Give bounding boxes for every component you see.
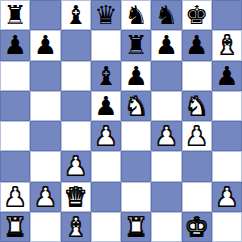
square-b7[interactable]: ♟ [30,30,60,60]
square-d1[interactable] [91,212,121,242]
piece-black-bishop[interactable]: ♝ [64,0,87,30]
square-b6[interactable] [30,61,60,91]
square-a3[interactable] [0,151,30,181]
square-c8[interactable]: ♝ [61,0,91,30]
piece-black-pawn[interactable]: ♟ [124,61,147,91]
piece-white-pawn[interactable]: ♟ [34,182,57,212]
square-c5[interactable] [61,91,91,121]
square-c2[interactable]: ♛ [61,182,91,212]
square-e6[interactable]: ♟ [121,61,151,91]
square-h3[interactable] [212,151,242,181]
piece-white-pawn[interactable]: ♟ [155,121,178,151]
piece-white-knight[interactable]: ♞ [124,91,147,121]
square-h8[interactable] [212,0,242,30]
piece-black-pawn[interactable]: ♟ [94,91,117,121]
square-b2[interactable]: ♟ [30,182,60,212]
square-d2[interactable] [91,182,121,212]
square-g1[interactable]: ♚ [182,212,212,242]
chess-board: ♜♝♛♞♞♚♟♟♜♟♟♝♝♟♟♟♞♞♟♟♟♟♟♟♛♟♜♝♜♚ [0,0,242,242]
square-b1[interactable] [30,212,60,242]
square-d7[interactable] [91,30,121,60]
square-h4[interactable] [212,121,242,151]
piece-black-bishop[interactable]: ♝ [94,61,117,91]
square-g8[interactable]: ♚ [182,0,212,30]
square-f5[interactable] [151,91,181,121]
square-c4[interactable] [61,121,91,151]
square-f6[interactable] [151,61,181,91]
square-g5[interactable]: ♞ [182,91,212,121]
square-a6[interactable] [0,61,30,91]
square-a7[interactable]: ♟ [0,30,30,60]
piece-black-pawn[interactable]: ♟ [34,30,57,60]
square-e3[interactable] [121,151,151,181]
square-e2[interactable] [121,182,151,212]
piece-black-knight[interactable]: ♞ [124,0,147,30]
piece-black-queen[interactable]: ♛ [94,0,117,30]
square-g2[interactable] [182,182,212,212]
square-c3[interactable]: ♟ [61,151,91,181]
piece-white-bishop[interactable]: ♝ [64,212,87,242]
square-h1[interactable] [212,212,242,242]
square-a5[interactable] [0,91,30,121]
piece-white-pawn[interactable]: ♟ [94,121,117,151]
piece-white-pawn[interactable]: ♟ [185,121,208,151]
piece-black-pawn[interactable]: ♟ [185,30,208,60]
piece-black-knight[interactable]: ♞ [155,0,178,30]
square-a8[interactable]: ♜ [0,0,30,30]
piece-black-rook[interactable]: ♜ [3,0,26,30]
square-a2[interactable]: ♟ [0,182,30,212]
square-g4[interactable]: ♟ [182,121,212,151]
square-g3[interactable] [182,151,212,181]
square-g6[interactable] [182,61,212,91]
piece-white-pawn[interactable]: ♟ [64,151,87,181]
square-b8[interactable] [30,0,60,30]
square-f7[interactable]: ♟ [151,30,181,60]
square-f1[interactable] [151,212,181,242]
chess-board-container: ♜♝♛♞♞♚♟♟♜♟♟♝♝♟♟♟♞♞♟♟♟♟♟♟♛♟♜♝♜♚ [0,0,242,242]
piece-white-bishop[interactable]: ♝ [215,30,238,60]
square-a1[interactable]: ♜ [0,212,30,242]
square-h6[interactable]: ♟ [212,61,242,91]
square-g7[interactable]: ♟ [182,30,212,60]
square-e1[interactable]: ♜ [121,212,151,242]
square-f3[interactable] [151,151,181,181]
square-d8[interactable]: ♛ [91,0,121,30]
square-c7[interactable] [61,30,91,60]
square-d5[interactable]: ♟ [91,91,121,121]
square-b3[interactable] [30,151,60,181]
piece-white-pawn[interactable]: ♟ [215,182,238,212]
square-d4[interactable]: ♟ [91,121,121,151]
square-e8[interactable]: ♞ [121,0,151,30]
piece-white-pawn[interactable]: ♟ [3,182,26,212]
square-f2[interactable] [151,182,181,212]
square-d6[interactable]: ♝ [91,61,121,91]
piece-white-rook[interactable]: ♜ [124,212,147,242]
square-f4[interactable]: ♟ [151,121,181,151]
square-d3[interactable] [91,151,121,181]
square-b5[interactable] [30,91,60,121]
piece-black-pawn[interactable]: ♟ [3,30,26,60]
piece-black-pawn[interactable]: ♟ [155,30,178,60]
square-f8[interactable]: ♞ [151,0,181,30]
piece-black-pawn[interactable]: ♟ [215,61,238,91]
square-e7[interactable]: ♜ [121,30,151,60]
square-h7[interactable]: ♝ [212,30,242,60]
piece-white-king[interactable]: ♚ [185,212,208,242]
square-b4[interactable] [30,121,60,151]
piece-black-king[interactable]: ♚ [185,0,208,30]
square-e4[interactable] [121,121,151,151]
piece-white-queen[interactable]: ♛ [64,182,87,212]
piece-white-rook[interactable]: ♜ [3,212,26,242]
square-a4[interactable] [0,121,30,151]
square-e5[interactable]: ♞ [121,91,151,121]
square-h5[interactable] [212,91,242,121]
square-c1[interactable]: ♝ [61,212,91,242]
square-h2[interactable]: ♟ [212,182,242,212]
piece-white-knight[interactable]: ♞ [185,91,208,121]
square-c6[interactable] [61,61,91,91]
piece-black-rook[interactable]: ♜ [124,30,147,60]
